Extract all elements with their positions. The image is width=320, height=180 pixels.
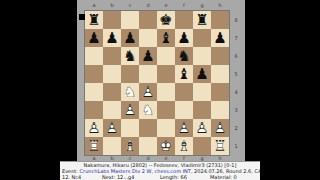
- white-knight-outline: ♘: [139, 101, 157, 119]
- white-pawn-outline: ♙: [211, 119, 229, 137]
- square-f8[interactable]: [175, 11, 193, 29]
- square-e7[interactable]: ♝: [157, 29, 175, 47]
- black-pawn[interactable]: ♟: [193, 65, 211, 83]
- rank-label-6: 6: [230, 47, 242, 65]
- square-b6[interactable]: [103, 47, 121, 65]
- white-pawn-outline: ♙: [139, 83, 157, 101]
- white-rook-outline: ♖: [211, 137, 229, 155]
- board-frame: abcdefgh ♜♚♜♟♟♟♝♟♟♞♟♞♝♟♞♘♟♙♟♙♞♘♟♙♟♙♟♙♟♙♟…: [77, 0, 245, 161]
- black-knight[interactable]: ♞: [175, 47, 193, 65]
- black-rook[interactable]: ♜: [193, 11, 211, 29]
- square-a8[interactable]: ♜: [85, 11, 103, 29]
- white-king-outline: ♔: [157, 137, 175, 155]
- game-length: Length: 66: [160, 175, 210, 180]
- square-f6[interactable]: ♞: [175, 47, 193, 65]
- square-d5[interactable]: [139, 65, 157, 83]
- players-line: Nakamura, Hikaru (2802) -- Fedoseev, Vla…: [60, 163, 260, 168]
- move-played: 12. Nc4: [62, 175, 102, 180]
- file-label-d: d: [139, 1, 157, 9]
- square-h1[interactable]: ♜♖: [211, 137, 229, 155]
- square-a1[interactable]: ♜♖: [85, 137, 103, 155]
- file-label-b: b: [103, 1, 121, 9]
- square-d7[interactable]: [139, 29, 157, 47]
- file-label-c: c: [121, 1, 139, 9]
- square-g7[interactable]: [193, 29, 211, 47]
- square-a5[interactable]: [85, 65, 103, 83]
- square-a7[interactable]: ♟: [85, 29, 103, 47]
- square-h7[interactable]: ♟: [211, 29, 229, 47]
- square-h2[interactable]: ♟♙: [211, 119, 229, 137]
- white-knight-outline: ♘: [121, 83, 139, 101]
- square-a2[interactable]: ♟♙: [85, 119, 103, 137]
- square-d2[interactable]: [139, 119, 157, 137]
- square-f3[interactable]: [175, 101, 193, 119]
- square-d1[interactable]: [139, 137, 157, 155]
- black-rook[interactable]: ♜: [85, 11, 103, 29]
- square-c5[interactable]: [121, 65, 139, 83]
- rank-label-5: 5: [230, 65, 242, 83]
- square-f1[interactable]: ♝♗: [175, 137, 193, 155]
- white-pawn-outline: ♙: [103, 119, 121, 137]
- square-c6[interactable]: ♞: [121, 47, 139, 65]
- game-caption: Nakamura, Hikaru (2802) -- Fedoseev, Vla…: [60, 161, 260, 180]
- black-king[interactable]: ♚: [157, 11, 175, 29]
- event-tail: , 2024.07.26, Round 2.6, C42: [191, 169, 260, 174]
- rank-label-3: 3: [230, 101, 242, 119]
- square-g6[interactable]: [193, 47, 211, 65]
- square-d6[interactable]: ♟: [139, 47, 157, 65]
- square-c1[interactable]: ♝♗: [121, 137, 139, 155]
- file-labels-top: abcdefgh: [85, 1, 229, 9]
- square-a3[interactable]: [85, 101, 103, 119]
- black-pawn[interactable]: ♟: [121, 29, 139, 47]
- rank-label-2: 2: [230, 119, 242, 137]
- square-e4[interactable]: [157, 83, 175, 101]
- square-d3[interactable]: ♞♘: [139, 101, 157, 119]
- square-g3[interactable]: [193, 101, 211, 119]
- white-pawn-outline: ♙: [85, 119, 103, 137]
- white-rook-outline: ♖: [85, 137, 103, 155]
- event-label: Event:: [62, 169, 80, 174]
- black-knight[interactable]: ♞: [121, 47, 139, 65]
- square-h5[interactable]: [211, 65, 229, 83]
- square-d4[interactable]: ♟♙: [139, 83, 157, 101]
- square-f4[interactable]: [175, 83, 193, 101]
- square-g2[interactable]: ♟♙: [193, 119, 211, 137]
- square-a6[interactable]: [85, 47, 103, 65]
- square-h3[interactable]: [211, 101, 229, 119]
- square-c3[interactable]: ♟♙: [121, 101, 139, 119]
- file-label-a: a: [85, 1, 103, 9]
- white-pawn-outline: ♙: [121, 101, 139, 119]
- black-bishop[interactable]: ♝: [157, 29, 175, 47]
- square-b3[interactable]: [103, 101, 121, 119]
- rank-label-1: 1: [230, 137, 242, 155]
- square-g4[interactable]: [193, 83, 211, 101]
- square-e1[interactable]: ♚♔: [157, 137, 175, 155]
- square-b7[interactable]: ♟: [103, 29, 121, 47]
- black-pawn[interactable]: ♟: [211, 29, 229, 47]
- black-pawn[interactable]: ♟: [103, 29, 121, 47]
- square-f7[interactable]: ♟: [175, 29, 193, 47]
- square-e6[interactable]: [157, 47, 175, 65]
- rank-label-4: 4: [230, 83, 242, 101]
- square-c4[interactable]: ♞♘: [121, 83, 139, 101]
- rank-label-8: 8: [230, 11, 242, 29]
- square-b4[interactable]: [103, 83, 121, 101]
- square-c8[interactable]: [121, 11, 139, 29]
- square-c7[interactable]: ♟: [121, 29, 139, 47]
- square-f5[interactable]: ♝: [175, 65, 193, 83]
- square-g1[interactable]: [193, 137, 211, 155]
- square-b8[interactable]: [103, 11, 121, 29]
- white-pawn-outline: ♙: [175, 119, 193, 137]
- square-c2[interactable]: [121, 119, 139, 137]
- square-h8[interactable]: [211, 11, 229, 29]
- chess-board[interactable]: ♜♚♜♟♟♟♝♟♟♞♟♞♝♟♞♘♟♙♟♙♞♘♟♙♟♙♟♙♟♙♟♙♜♖♝♗♚♔♝♗…: [84, 10, 230, 156]
- white-bishop-outline: ♗: [175, 137, 193, 155]
- square-e2[interactable]: [157, 119, 175, 137]
- square-h4[interactable]: [211, 83, 229, 101]
- video-frame: abcdefgh ♜♚♜♟♟♟♝♟♟♞♟♞♝♟♞♘♟♙♟♙♞♘♟♙♟♙♟♙♟♙♟…: [0, 0, 320, 180]
- event-line: Event: CrunchLabs Masters Div 2 W, chess…: [60, 169, 260, 174]
- white-bishop-outline: ♗: [121, 137, 139, 155]
- file-label-e: e: [157, 1, 175, 9]
- file-label-f: f: [175, 1, 193, 9]
- black-pawn[interactable]: ♟: [175, 29, 193, 47]
- square-e3[interactable]: [157, 101, 175, 119]
- square-g8[interactable]: ♜: [193, 11, 211, 29]
- square-b5[interactable]: [103, 65, 121, 83]
- move-info-line: 12. Nc4 Next: 12...g4 Length: 66 Materia…: [60, 175, 260, 180]
- event-link: CrunchLabs Masters Div 2 W, chess.com IN…: [80, 169, 191, 174]
- white-pawn-outline: ♙: [193, 119, 211, 137]
- file-label-g: g: [193, 1, 211, 9]
- black-pawn[interactable]: ♟: [85, 29, 103, 47]
- material-balance: Material: 0: [210, 175, 237, 180]
- rank-label-7: 7: [230, 29, 242, 47]
- square-f2[interactable]: ♟♙: [175, 119, 193, 137]
- square-e5[interactable]: [157, 65, 175, 83]
- square-g5[interactable]: ♟: [193, 65, 211, 83]
- content-area: abcdefgh ♜♚♜♟♟♟♝♟♟♞♟♞♝♟♞♘♟♙♟♙♞♘♟♙♟♙♟♙♟♙♟…: [60, 0, 260, 180]
- black-bishop[interactable]: ♝: [175, 65, 193, 83]
- square-d8[interactable]: [139, 11, 157, 29]
- black-to-move-indicator: [79, 14, 85, 20]
- square-b2[interactable]: ♟♙: [103, 119, 121, 137]
- square-b1[interactable]: [103, 137, 121, 155]
- square-a4[interactable]: [85, 83, 103, 101]
- rank-labels-right: 87654321: [230, 11, 242, 155]
- square-e8[interactable]: ♚: [157, 11, 175, 29]
- black-pawn[interactable]: ♟: [139, 47, 157, 65]
- square-h6[interactable]: [211, 47, 229, 65]
- next-move: Next: 12...g4: [102, 175, 160, 180]
- file-label-h: h: [211, 1, 229, 9]
